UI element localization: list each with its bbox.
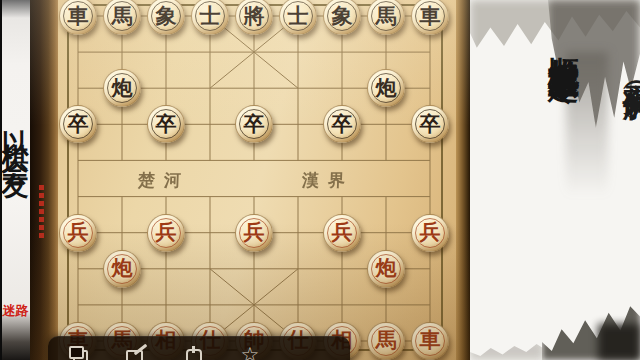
share-icon[interactable] <box>184 345 204 360</box>
banner-text: 以棋会友 <box>1 108 30 164</box>
left-banner: 以棋会友 迷路 <box>0 0 30 360</box>
banner-watermark: 迷路 <box>0 302 30 320</box>
river-label-han: 漢界 <box>302 169 355 192</box>
edit-icon[interactable] <box>125 345 145 360</box>
river-label-chu: 楚河 <box>138 169 191 192</box>
piece-red-兵[interactable]: 兵 <box>59 214 97 252</box>
ink-mountains-bottom-left <box>470 340 544 360</box>
ink-mountains-bottom <box>542 296 640 360</box>
video-subtitle-clipped: 弃马讲解（ <box>622 60 640 75</box>
piece-red-車[interactable]: 車 <box>411 322 449 360</box>
ink-corner-dark <box>598 324 640 360</box>
right-panel: 顺炮横车对直车专题 弃马讲解（ <box>470 0 640 360</box>
ink-streak <box>566 52 608 197</box>
piece-red-炮[interactable]: 炮 <box>103 250 141 288</box>
piece-red-兵[interactable]: 兵 <box>235 214 273 252</box>
piece-red-兵[interactable]: 兵 <box>411 214 449 252</box>
star-icon[interactable]: ☆ <box>238 345 262 360</box>
piece-black-炮[interactable]: 炮 <box>367 69 405 107</box>
piece-red-馬[interactable]: 馬 <box>367 322 405 360</box>
video-title: 顺炮横车对直车专题 <box>546 32 580 50</box>
overlay-toolbar: ☆ <box>48 336 350 360</box>
piece-black-炮[interactable]: 炮 <box>103 69 141 107</box>
piece-red-炮[interactable]: 炮 <box>367 250 405 288</box>
piece-red-兵[interactable]: 兵 <box>323 214 361 252</box>
xiangqi-board: 楚河 漢界 車馬象士將士象馬車炮炮卒卒卒卒卒兵兵兵兵兵炮炮車馬相仕帥仕相馬車 <box>30 0 470 360</box>
copy-icon[interactable] <box>68 345 88 360</box>
grid-lines <box>30 0 470 360</box>
piece-red-兵[interactable]: 兵 <box>147 214 185 252</box>
video-frame: 以棋会友 迷路 <box>0 0 640 360</box>
